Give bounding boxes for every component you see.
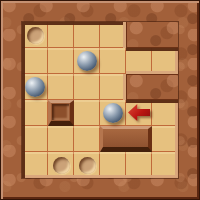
wall-top-right	[126, 22, 178, 48]
arrow-shape	[128, 104, 150, 121]
wall-right-mid	[126, 74, 178, 100]
hole-1	[53, 157, 70, 174]
hole-0	[27, 27, 44, 44]
wood-frame	[0, 0, 200, 200]
ball-1	[25, 77, 45, 97]
ball-0	[77, 51, 97, 71]
block-wide	[100, 126, 152, 152]
block-single	[48, 100, 74, 126]
puzzle-board	[22, 22, 178, 178]
ball-2	[103, 103, 123, 123]
arrow-left-icon	[128, 104, 150, 121]
block-single-core	[52, 104, 69, 120]
hole-2	[79, 157, 96, 174]
